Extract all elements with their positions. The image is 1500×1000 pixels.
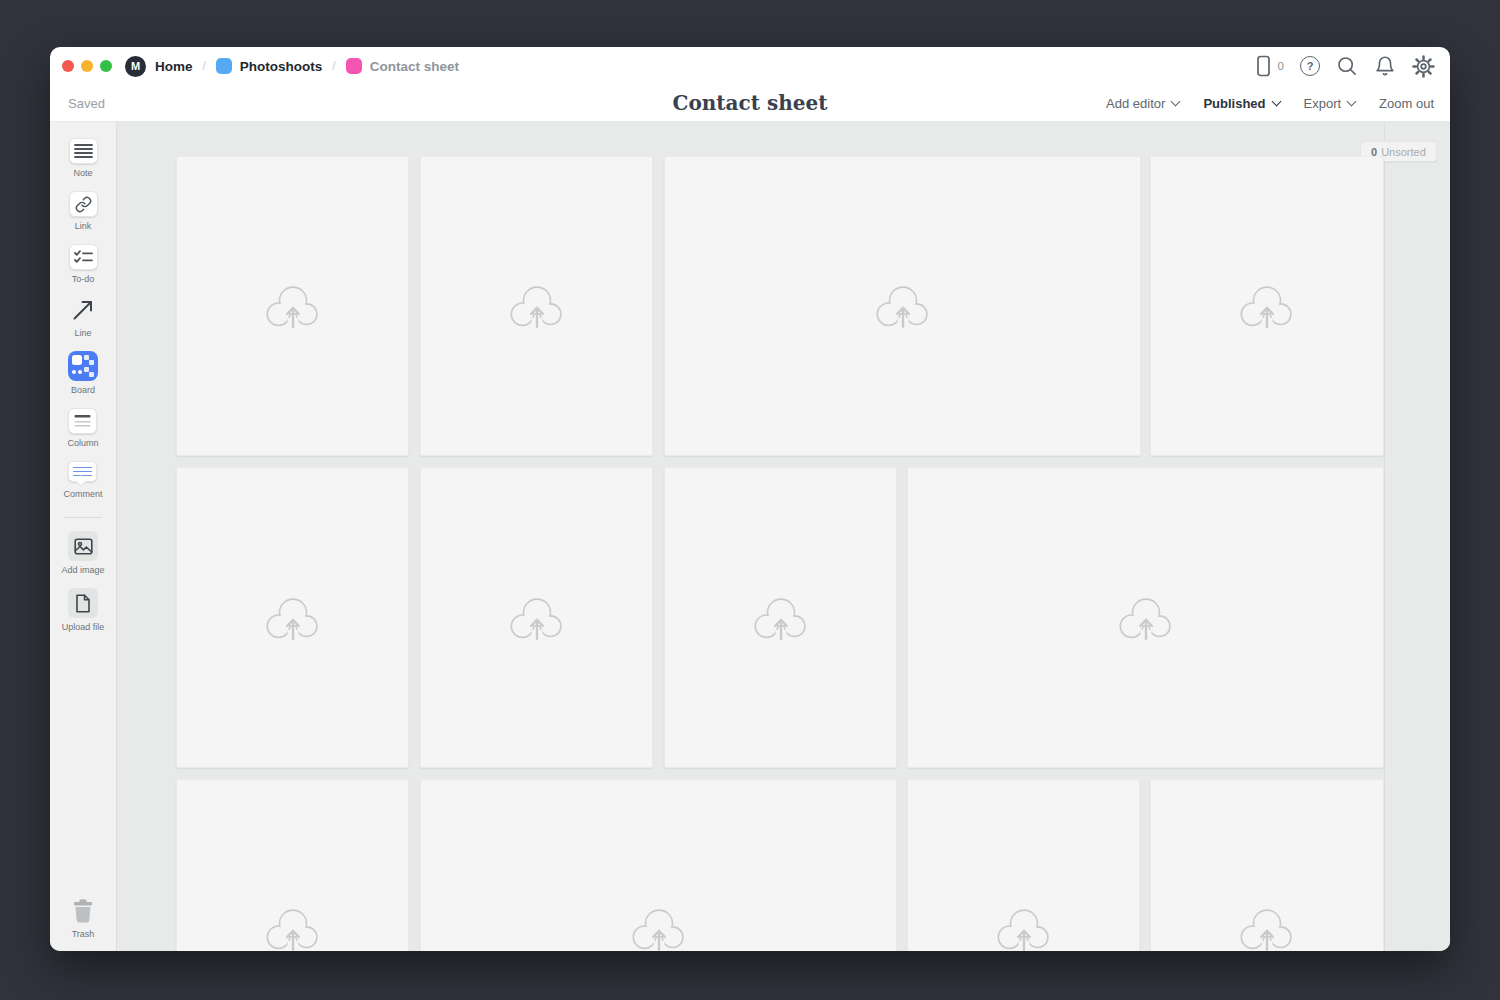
upload-cloud-icon [1238, 281, 1296, 331]
upload-cloud-icon [1238, 904, 1296, 951]
tool-column[interactable]: Column [67, 408, 98, 448]
maximize-window-button[interactable] [100, 60, 112, 72]
board-icon [68, 351, 98, 381]
chevron-down-icon [1347, 97, 1357, 107]
settings-gear-icon[interactable] [1412, 55, 1435, 78]
tool-note[interactable]: Note [69, 138, 98, 178]
image-upload-card[interactable] [907, 779, 1140, 951]
image-upload-card[interactable] [1150, 156, 1384, 456]
image-upload-card[interactable] [420, 156, 653, 456]
board-chip-icon [216, 58, 232, 74]
help-button[interactable]: ? [1300, 56, 1320, 76]
trash[interactable]: Trash [70, 897, 96, 939]
tool-add-image-label: Add image [61, 565, 104, 575]
sidebar-divider [64, 517, 102, 518]
tool-todo[interactable]: To-do [69, 244, 98, 284]
add-editor-button[interactable]: Add editor [1106, 96, 1179, 111]
phone-icon [1252, 54, 1274, 78]
minimize-window-button[interactable] [81, 60, 93, 72]
breadcrumb-separator: / [203, 59, 206, 73]
image-upload-card[interactable] [664, 467, 897, 768]
content: Note Link To-do [50, 122, 1450, 951]
published-button[interactable]: Published [1203, 96, 1279, 111]
upload-cloud-icon [630, 904, 688, 951]
upload-cloud-icon [752, 593, 810, 643]
breadcrumb-home[interactable]: Home [155, 59, 193, 74]
mobile-uploads-button[interactable]: 0 [1252, 54, 1284, 78]
tool-upload-file[interactable]: Upload file [62, 588, 105, 632]
notifications-bell-icon[interactable] [1374, 55, 1396, 77]
image-upload-card[interactable] [1150, 779, 1384, 951]
column-icon [73, 412, 92, 430]
image-upload-card[interactable] [420, 467, 653, 768]
add-editor-label: Add editor [1106, 96, 1165, 111]
titlebar: M Home / Photoshoots / Contact sheet 0 [50, 47, 1450, 85]
breadcrumb-contact-sheet: Contact sheet [346, 58, 459, 74]
breadcrumb-photoshoots[interactable]: Photoshoots [216, 58, 323, 74]
tool-column-label: Column [67, 438, 98, 448]
published-label: Published [1203, 96, 1265, 111]
tool-line-label: Line [74, 328, 91, 338]
breadcrumb: Home / Photoshoots / Contact sheet [155, 58, 459, 74]
export-button[interactable]: Export [1304, 96, 1356, 111]
file-icon [75, 594, 91, 613]
trash-icon [70, 897, 96, 925]
upload-cloud-icon [995, 904, 1053, 951]
tool-note-label: Note [73, 168, 92, 178]
upload-cloud-icon [874, 281, 932, 331]
unsorted-column-divider [1384, 122, 1385, 951]
tool-sidebar: Note Link To-do [50, 122, 117, 951]
tool-upload-file-label: Upload file [62, 622, 105, 632]
window-controls [62, 60, 112, 72]
note-icon [73, 142, 94, 160]
unsorted-label: Unsorted [1381, 146, 1426, 158]
board-chip-icon [346, 58, 362, 74]
image-upload-card[interactable] [176, 779, 409, 951]
breadcrumb-home-label: Home [155, 59, 193, 74]
image-upload-card[interactable] [176, 467, 409, 768]
image-upload-card[interactable] [664, 156, 1141, 456]
upload-cloud-icon [264, 281, 322, 331]
breadcrumb-separator: / [332, 59, 335, 73]
image-upload-card[interactable] [907, 467, 1384, 768]
zoom-out-label: Zoom out [1379, 96, 1434, 111]
upload-cloud-icon [264, 904, 322, 951]
tool-comment[interactable]: Comment [63, 461, 102, 499]
export-label: Export [1304, 96, 1342, 111]
titlebar-icons: 0 ? [1252, 54, 1435, 78]
todo-checklist-icon [73, 249, 94, 265]
arrow-line-icon [70, 297, 96, 323]
close-window-button[interactable] [62, 60, 74, 72]
tool-board-label: Board [71, 385, 95, 395]
chevron-down-icon [1171, 97, 1181, 107]
upload-cloud-icon [264, 593, 322, 643]
comment-bubble-icon [68, 461, 97, 482]
tool-comment-label: Comment [63, 489, 102, 499]
upload-cloud-icon [1117, 593, 1175, 643]
breadcrumb-photoshoots-label: Photoshoots [240, 59, 323, 74]
image-icon [74, 538, 93, 555]
menubar-actions: Add editor Published Export Zoom out [1106, 96, 1434, 111]
image-upload-card[interactable] [176, 156, 409, 456]
question-mark-icon: ? [1307, 60, 1314, 72]
tool-line[interactable]: Line [70, 297, 96, 338]
board-canvas[interactable]: 0 Unsorted [117, 122, 1450, 951]
tool-add-image[interactable]: Add image [61, 531, 104, 575]
trash-label: Trash [72, 929, 95, 939]
tool-todo-label: To-do [72, 274, 95, 284]
menubar: Saved Contact sheet Add editor Published… [50, 85, 1450, 122]
upload-cloud-icon [508, 593, 566, 643]
tool-link-label: Link [75, 221, 92, 231]
chevron-down-icon [1271, 97, 1281, 107]
image-upload-card[interactable] [420, 779, 897, 951]
link-icon [75, 196, 92, 213]
zoom-out-button[interactable]: Zoom out [1379, 96, 1434, 111]
breadcrumb-contact-sheet-label: Contact sheet [370, 59, 459, 74]
app-window: M Home / Photoshoots / Contact sheet 0 [50, 47, 1450, 951]
mobile-uploads-count: 0 [1278, 60, 1284, 72]
app-logo[interactable]: M [125, 56, 146, 77]
tool-board[interactable]: Board [68, 351, 98, 395]
tool-link[interactable]: Link [69, 191, 98, 231]
upload-cloud-icon [508, 281, 566, 331]
search-icon[interactable] [1336, 55, 1358, 77]
